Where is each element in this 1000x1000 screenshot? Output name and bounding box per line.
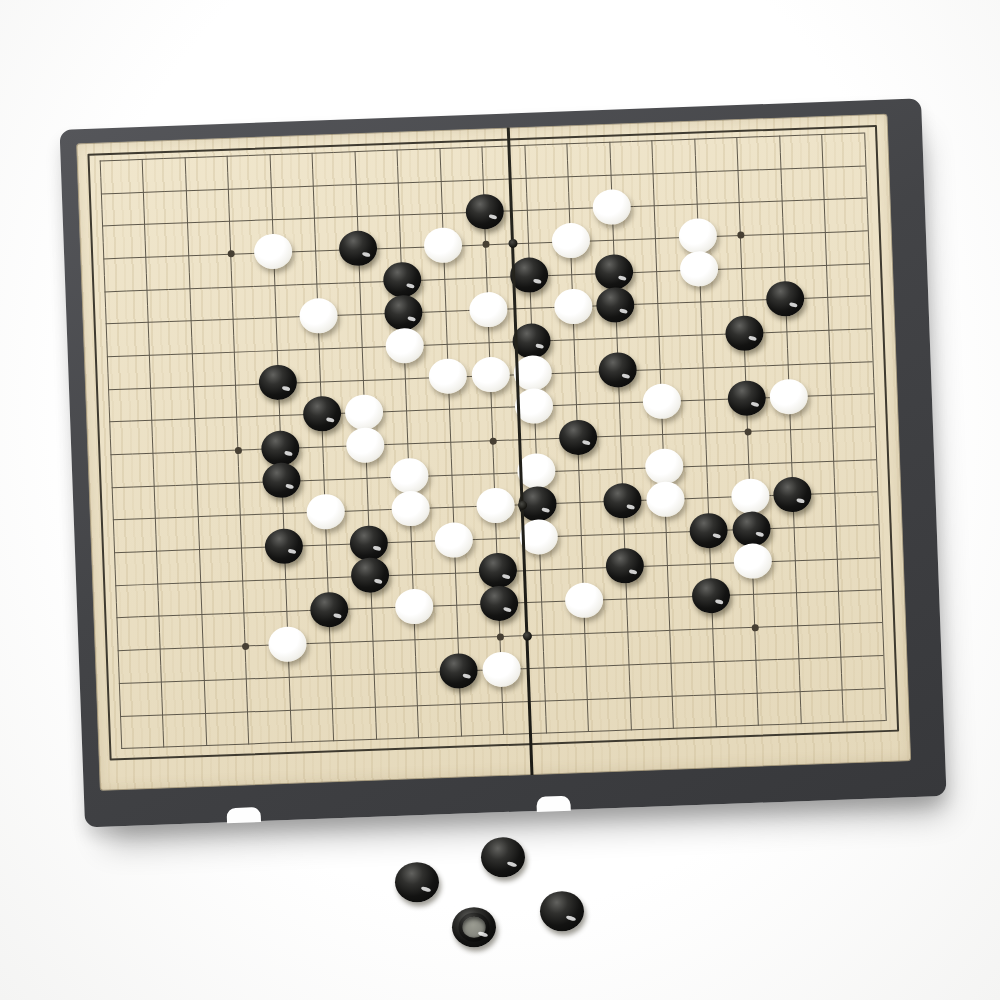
magnet-disc [463, 917, 486, 938]
board-intersection[interactable] [133, 469, 177, 503]
board-intersection[interactable] [208, 204, 252, 238]
board-intersection[interactable] [801, 150, 845, 184]
board-intersection[interactable] [375, 133, 419, 167]
board-intersection[interactable] [772, 511, 816, 545]
board-intersection[interactable] [681, 351, 725, 385]
board-intersection[interactable] [688, 547, 732, 581]
board-intersection[interactable] [468, 326, 512, 360]
board-intersection[interactable] [352, 657, 396, 691]
board-intersection[interactable] [135, 534, 179, 568]
board-intersection[interactable] [435, 589, 479, 623]
board-intersection[interactable] [310, 659, 354, 693]
board-intersection[interactable] [673, 122, 717, 156]
board-intersection[interactable] [809, 346, 853, 380]
board-intersection[interactable] [385, 394, 429, 428]
board-intersection[interactable] [306, 561, 350, 595]
board-intersection[interactable] [683, 416, 727, 450]
board-intersection[interactable] [817, 575, 861, 609]
board-intersection[interactable] [548, 192, 592, 226]
board-intersection[interactable] [419, 164, 463, 198]
board-intersection[interactable] [645, 515, 689, 549]
board-intersection[interactable] [859, 573, 903, 607]
board-intersection[interactable] [390, 525, 434, 559]
board-intersection[interactable] [766, 347, 810, 381]
board-intersection[interactable] [648, 613, 692, 647]
board-intersection[interactable] [634, 221, 678, 255]
board-intersection[interactable] [212, 302, 256, 336]
board-intersection[interactable] [176, 500, 220, 534]
board-intersection[interactable] [346, 494, 390, 528]
board-intersection[interactable] [812, 444, 856, 478]
board-intersection[interactable] [379, 231, 423, 265]
board-intersection[interactable] [724, 349, 768, 383]
go-board-assembly [65, 97, 934, 827]
board-intersection[interactable] [222, 596, 266, 630]
board-intersection[interactable] [96, 634, 140, 668]
board-intersection[interactable] [606, 615, 650, 649]
board-intersection[interactable] [853, 410, 897, 444]
board-intersection[interactable] [85, 340, 129, 374]
board-intersection[interactable] [167, 239, 211, 273]
board-intersection[interactable] [762, 249, 806, 283]
board-intersection[interactable] [591, 223, 635, 257]
board-intersection[interactable] [210, 270, 254, 304]
board-intersection[interactable] [436, 621, 480, 655]
board-intersection[interactable] [213, 335, 257, 369]
board-intersection[interactable] [264, 562, 308, 596]
board-intersection[interactable] [136, 567, 180, 601]
board-intersection[interactable] [86, 372, 130, 406]
board-intersection[interactable] [249, 170, 293, 204]
board-intersection[interactable] [686, 481, 730, 515]
captured-stone[interactable] [395, 862, 439, 902]
board-intersection[interactable] [214, 368, 258, 402]
board-intersection[interactable] [470, 391, 514, 425]
board-intersection[interactable] [225, 662, 269, 696]
board-intersection[interactable] [776, 609, 820, 643]
board-intersection[interactable] [221, 564, 265, 598]
board-intersection[interactable] [123, 207, 167, 241]
board-intersection[interactable] [814, 509, 858, 543]
board-intersection[interactable] [727, 447, 771, 481]
board-intersection[interactable] [718, 186, 762, 220]
board-intersection[interactable] [813, 477, 857, 511]
board-intersection[interactable] [439, 719, 483, 753]
board-intersection[interactable] [92, 536, 136, 570]
board-intersection[interactable] [423, 262, 467, 296]
board-intersection[interactable] [338, 265, 382, 299]
board-intersection[interactable] [350, 592, 394, 626]
board-intersection[interactable] [301, 430, 345, 464]
board-intersection[interactable] [219, 498, 263, 532]
board-intersection[interactable] [174, 435, 218, 469]
board-intersection[interactable] [552, 323, 596, 357]
board-intersection[interactable] [170, 337, 214, 371]
board-intersection[interactable] [774, 576, 818, 610]
board-intersection[interactable] [295, 267, 339, 301]
board-intersection[interactable] [682, 383, 726, 417]
board-intersection[interactable] [760, 184, 804, 218]
board-intersection[interactable] [768, 413, 812, 447]
board-intersection[interactable] [773, 543, 817, 577]
board-intersection[interactable] [137, 599, 181, 633]
board-intersection[interactable] [270, 725, 314, 759]
board-intersection[interactable] [261, 497, 305, 531]
board-intersection[interactable] [292, 169, 336, 203]
board-intersection[interactable] [226, 694, 270, 728]
board-intersection[interactable] [305, 528, 349, 562]
board-intersection[interactable] [550, 257, 594, 291]
board-intersection[interactable] [141, 697, 185, 731]
board-intersection[interactable] [377, 165, 421, 199]
board-intersection[interactable] [206, 139, 250, 173]
board-intersection[interactable] [124, 240, 168, 274]
board-intersection[interactable] [427, 393, 471, 427]
board-intersection[interactable] [636, 287, 680, 321]
board-intersection[interactable] [122, 175, 166, 209]
board-intersection[interactable] [218, 466, 262, 500]
board-intersection[interactable] [637, 319, 681, 353]
board-intersection[interactable] [811, 411, 855, 445]
board-intersection[interactable] [843, 116, 887, 150]
board-intersection[interactable] [131, 436, 175, 470]
board-intersection[interactable] [97, 666, 141, 700]
board-intersection[interactable] [341, 363, 385, 397]
captured-stone[interactable] [481, 837, 525, 877]
board-intersection[interactable] [142, 730, 186, 764]
board-intersection[interactable] [561, 551, 605, 585]
board-intersection[interactable] [308, 626, 352, 660]
board-intersection[interactable] [339, 298, 383, 332]
board-intersection[interactable] [429, 425, 473, 459]
board-intersection[interactable] [163, 141, 207, 175]
board-intersection[interactable] [589, 158, 633, 192]
board-intersection[interactable] [599, 419, 643, 453]
board-intersection[interactable] [425, 327, 469, 361]
board-intersection[interactable] [806, 281, 850, 315]
board-intersection[interactable] [758, 119, 802, 153]
board-intersection[interactable] [265, 595, 309, 629]
board-intersection[interactable] [849, 279, 893, 313]
board-intersection[interactable] [715, 120, 759, 154]
board-intersection[interactable] [819, 640, 863, 674]
board-intersection[interactable] [396, 688, 440, 722]
board-intersection[interactable] [546, 159, 590, 193]
board-intersection[interactable] [127, 305, 171, 339]
board-intersection[interactable] [438, 687, 482, 721]
board-intersection[interactable] [94, 568, 138, 602]
captured-stone[interactable] [540, 891, 584, 931]
board-intersection[interactable] [646, 548, 690, 582]
board-intersection[interactable] [844, 148, 888, 182]
board-intersection[interactable] [685, 449, 729, 483]
board-intersection[interactable] [861, 606, 905, 640]
board-intersection[interactable] [816, 542, 860, 576]
board-intersection[interactable] [171, 369, 215, 403]
board-intersection[interactable] [734, 643, 778, 677]
board-intersection[interactable] [140, 665, 184, 699]
board-intersection[interactable] [215, 400, 259, 434]
board-intersection[interactable] [857, 508, 901, 542]
board-intersection[interactable] [420, 197, 464, 231]
board-intersection[interactable] [465, 260, 509, 294]
board-intersection[interactable] [472, 456, 516, 490]
board-intersection[interactable] [846, 214, 890, 248]
board-intersection[interactable] [674, 155, 718, 189]
board-intersection[interactable] [299, 365, 343, 399]
board-intersection[interactable] [134, 501, 178, 535]
board-intersection[interactable] [630, 123, 674, 157]
board-intersection[interactable] [384, 361, 428, 395]
board-intersection[interactable] [779, 707, 823, 741]
board-intersection[interactable] [850, 312, 894, 346]
board-intersection[interactable] [95, 601, 139, 635]
board-intersection[interactable] [563, 617, 607, 651]
go-board[interactable] [76, 114, 911, 791]
board-intersection[interactable] [481, 685, 525, 719]
board-intersection[interactable] [777, 641, 821, 675]
board-intersection[interactable] [81, 209, 125, 243]
board-intersection[interactable] [462, 162, 506, 196]
board-intersection[interactable] [631, 156, 675, 190]
board-intersection[interactable] [639, 352, 683, 386]
board-intersection[interactable] [804, 215, 848, 249]
board-intersection[interactable] [91, 503, 135, 537]
board-intersection[interactable] [721, 284, 765, 318]
board-intersection[interactable] [397, 721, 441, 755]
board-intersection[interactable] [84, 307, 128, 341]
board-intersection[interactable] [693, 677, 737, 711]
board-intersection[interactable] [130, 403, 174, 437]
board-intersection[interactable] [805, 248, 849, 282]
board-intersection[interactable] [340, 330, 384, 364]
board-intersection[interactable] [847, 246, 891, 280]
board-intersection[interactable] [293, 201, 337, 235]
board-intersection[interactable] [736, 676, 780, 710]
board-intersection[interactable] [250, 203, 294, 237]
board-intersection[interactable] [818, 607, 862, 641]
board-intersection[interactable] [290, 136, 334, 170]
board-intersection[interactable] [680, 318, 724, 352]
board-intersection[interactable] [248, 137, 292, 171]
board-grid[interactable] [78, 116, 908, 766]
board-intersection[interactable] [183, 696, 227, 730]
board-intersection[interactable] [182, 663, 226, 697]
board-intersection[interactable] [175, 467, 219, 501]
captured-stone-flipped[interactable] [452, 907, 496, 947]
board-intersection[interactable] [557, 453, 601, 487]
board-intersection[interactable] [179, 565, 223, 599]
board-intersection[interactable] [128, 338, 172, 372]
board-intersection[interactable] [732, 578, 776, 612]
board-intersection[interactable] [302, 463, 346, 497]
board-intersection[interactable] [433, 556, 477, 590]
board-intersection[interactable] [692, 645, 736, 679]
board-intersection[interactable] [555, 388, 599, 422]
board-intersection[interactable] [564, 649, 608, 683]
board-intersection[interactable] [169, 304, 213, 338]
board-intersection[interactable] [220, 531, 264, 565]
board-intersection[interactable] [100, 732, 144, 766]
base-foot-notch [536, 796, 571, 812]
board-intersection[interactable] [88, 405, 132, 439]
board-intersection[interactable] [98, 699, 142, 733]
board-intersection[interactable] [864, 704, 908, 738]
board-intersection[interactable] [418, 131, 462, 165]
board-intersection[interactable] [649, 646, 693, 680]
board-intersection[interactable] [164, 173, 208, 207]
board-intersection[interactable] [858, 540, 902, 574]
board-intersection[interactable] [393, 623, 437, 657]
board-intersection[interactable] [121, 142, 165, 176]
board-intersection[interactable] [545, 127, 589, 161]
board-intersection[interactable] [90, 470, 134, 504]
board-intersection[interactable] [609, 713, 653, 747]
board-intersection[interactable] [334, 167, 378, 201]
board-intersection[interactable] [810, 379, 854, 413]
board-intersection[interactable] [761, 217, 805, 251]
board-intersection[interactable] [482, 718, 526, 752]
board-intersection[interactable] [386, 427, 430, 461]
board-intersection[interactable] [863, 671, 907, 705]
board-intersection[interactable] [852, 377, 896, 411]
board-intersection[interactable] [254, 301, 298, 335]
board-intersection[interactable] [89, 438, 133, 472]
board-intersection[interactable] [759, 151, 803, 185]
board-intersection[interactable] [391, 557, 435, 591]
board-intersection[interactable] [181, 631, 225, 665]
board-intersection[interactable] [129, 371, 173, 405]
board-intersection[interactable] [378, 198, 422, 232]
board-intersection[interactable] [635, 254, 679, 288]
board-intersection[interactable] [822, 705, 866, 739]
board-intersection[interactable] [395, 655, 439, 689]
board-intersection[interactable] [335, 200, 379, 234]
board-intersection[interactable] [354, 722, 398, 756]
board-intersection[interactable] [737, 708, 781, 742]
board-intersection[interactable] [633, 189, 677, 223]
board-intersection[interactable] [651, 679, 695, 713]
board-intersection[interactable] [312, 724, 356, 758]
board-intersection[interactable] [652, 711, 696, 745]
board-intersection[interactable] [605, 582, 649, 616]
board-intersection[interactable] [607, 648, 651, 682]
board-intersection[interactable] [845, 181, 889, 215]
board-intersection[interactable] [691, 612, 735, 646]
board-intersection[interactable] [820, 673, 864, 707]
board-intersection[interactable] [294, 234, 338, 268]
board-intersection[interactable] [431, 491, 475, 525]
board-intersection[interactable] [258, 399, 302, 433]
board-intersection[interactable] [173, 402, 217, 436]
board-intersection[interactable] [345, 461, 389, 495]
board-intersection[interactable] [770, 445, 814, 479]
board-intersection[interactable] [475, 522, 519, 556]
board-intersection[interactable] [139, 632, 183, 666]
board-intersection[interactable] [675, 187, 719, 221]
board-intersection[interactable] [803, 183, 847, 217]
board-intersection[interactable] [353, 690, 397, 724]
board-intersection[interactable] [800, 117, 844, 151]
board-intersection[interactable] [679, 285, 723, 319]
board-intersection[interactable] [554, 355, 598, 389]
board-intersection[interactable] [311, 691, 355, 725]
board-intersection[interactable] [588, 125, 632, 159]
board-intersection[interactable] [298, 332, 342, 366]
board-intersection[interactable] [180, 598, 224, 632]
board-intersection[interactable] [851, 344, 895, 378]
board-intersection[interactable] [558, 486, 602, 520]
board-intersection[interactable] [255, 333, 299, 367]
board-intersection[interactable] [460, 130, 504, 164]
board-intersection[interactable] [227, 727, 271, 761]
board-intersection[interactable] [560, 519, 604, 553]
board-intersection[interactable] [165, 206, 209, 240]
board-intersection[interactable] [566, 682, 610, 716]
board-intersection[interactable] [82, 242, 126, 276]
board-intersection[interactable] [177, 533, 221, 567]
board-intersection[interactable] [333, 134, 377, 168]
board-intersection[interactable] [765, 315, 809, 349]
base-foot-notch [227, 807, 262, 823]
board-intersection[interactable] [694, 710, 738, 744]
board-intersection[interactable] [600, 452, 644, 486]
board-intersection[interactable] [168, 271, 212, 305]
board-intersection[interactable] [430, 458, 474, 492]
board-intersection[interactable] [567, 715, 611, 749]
board-intersection[interactable] [595, 321, 639, 355]
board-intersection[interactable] [78, 144, 122, 178]
photo-scene [0, 0, 1000, 1000]
board-intersection[interactable] [856, 475, 900, 509]
board-intersection[interactable] [608, 680, 652, 714]
board-intersection[interactable] [716, 153, 760, 187]
board-intersection[interactable] [185, 729, 229, 763]
board-intersection[interactable] [424, 295, 468, 329]
board-intersection[interactable] [125, 273, 169, 307]
board-intersection[interactable] [720, 251, 764, 285]
board-intersection[interactable] [641, 417, 685, 451]
board-intersection[interactable] [253, 268, 297, 302]
board-intersection[interactable] [597, 386, 641, 420]
board-intersection[interactable] [207, 172, 251, 206]
board-intersection[interactable] [267, 660, 311, 694]
board-intersection[interactable] [602, 517, 646, 551]
board-intersection[interactable] [268, 693, 312, 727]
board-intersection[interactable] [862, 638, 906, 672]
board-intersection[interactable] [647, 581, 691, 615]
board-intersection[interactable] [855, 442, 899, 476]
board-intersection[interactable] [807, 313, 851, 347]
board-intersection[interactable] [778, 674, 822, 708]
board-intersection[interactable] [351, 624, 395, 658]
board-intersection[interactable] [79, 176, 123, 210]
board-intersection[interactable] [83, 274, 127, 308]
